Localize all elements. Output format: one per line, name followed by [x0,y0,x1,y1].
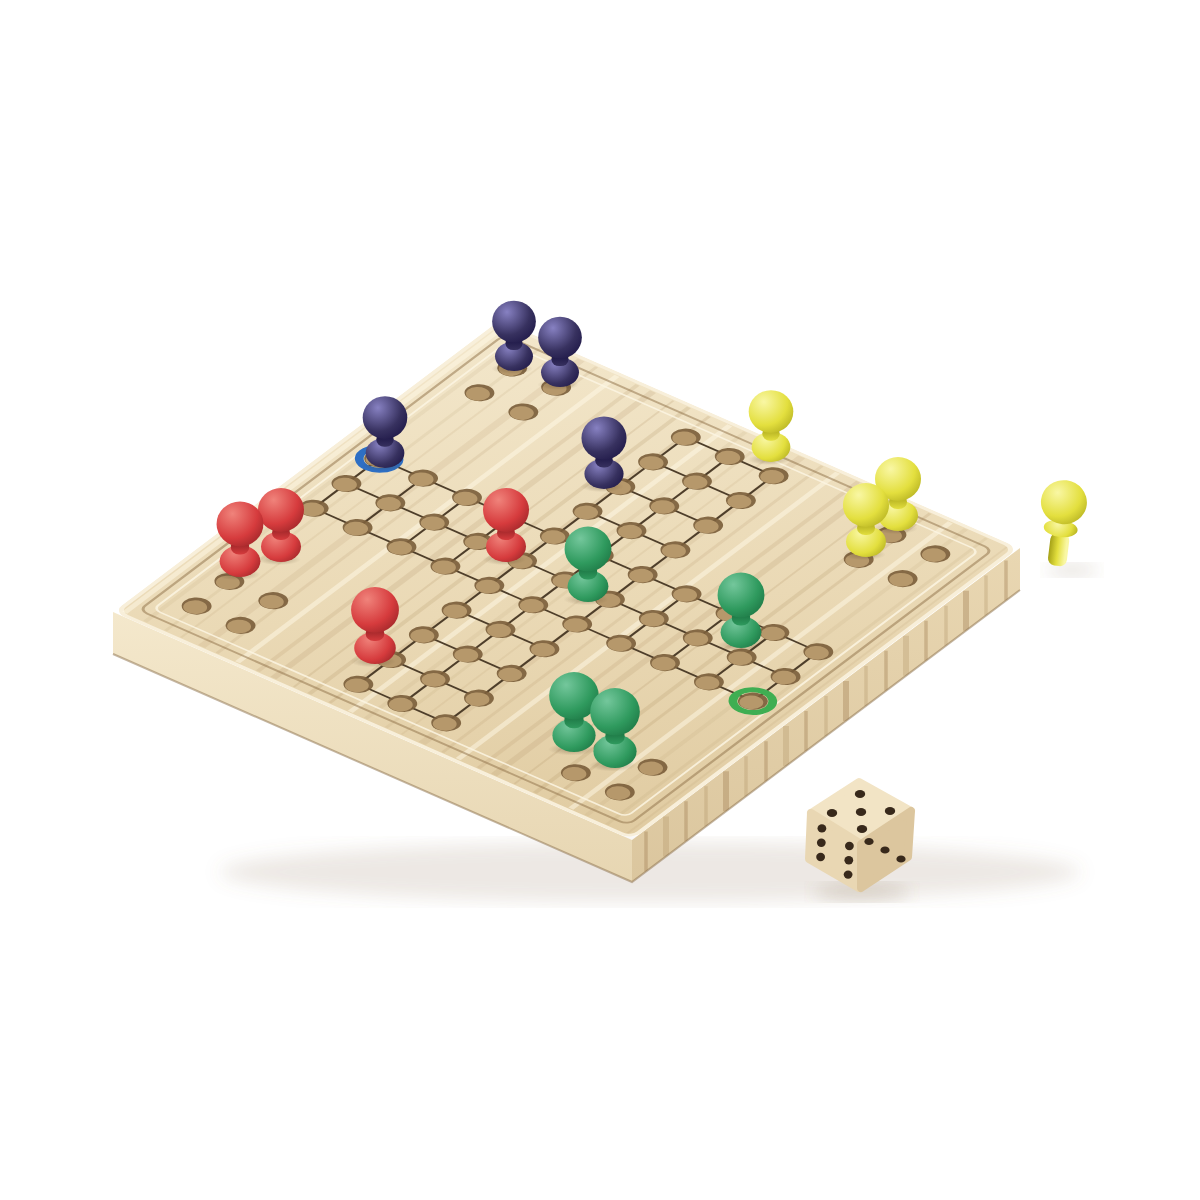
die-pip [896,855,905,862]
die-pip [845,842,854,850]
die-pip [844,856,853,864]
die-pip [817,839,826,847]
wooden-die[interactable] [804,776,922,902]
die-pip [844,870,853,878]
die-graphic [804,776,922,898]
die-pip [864,838,873,845]
table-background [0,0,1200,1200]
die-pip [816,853,825,861]
die-pip [818,824,827,832]
die-pip [857,825,867,833]
die-pip [880,846,889,853]
die-pip [885,807,895,815]
die-pip [856,808,866,816]
off-peg-shadow [1046,564,1098,576]
die-pip [855,790,865,798]
die-pip [827,809,837,817]
